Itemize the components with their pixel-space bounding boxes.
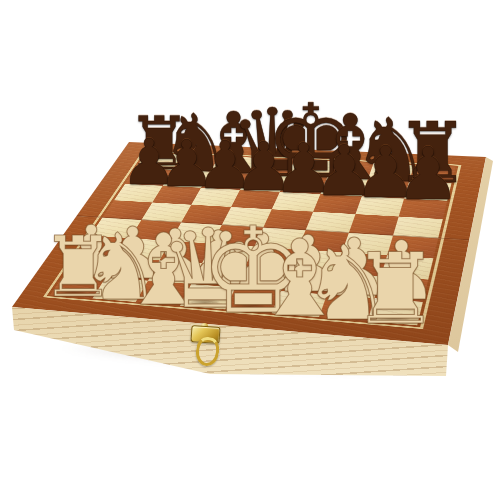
product-photo: ♜♞♝♛♚♝♞♜♟♟♟♟♟♟♟♟♟♟♟♟♟♟♟♟♜♞♝♛♚♝♞♜	[0, 0, 500, 500]
square-g7	[362, 179, 409, 198]
square-g8	[368, 163, 414, 181]
square-h8	[409, 165, 455, 184]
square-f7	[320, 177, 367, 196]
brass-clasp	[188, 323, 234, 375]
clasp-loop	[194, 336, 220, 368]
square-f6	[313, 194, 362, 214]
square-e8	[287, 159, 333, 177]
square-f1	[272, 291, 327, 317]
square-f8	[327, 161, 373, 179]
square-h7	[404, 181, 451, 201]
square-g6	[355, 196, 404, 216]
square-g1	[319, 294, 374, 321]
square-h1	[367, 298, 422, 325]
board-grid	[50, 153, 455, 326]
